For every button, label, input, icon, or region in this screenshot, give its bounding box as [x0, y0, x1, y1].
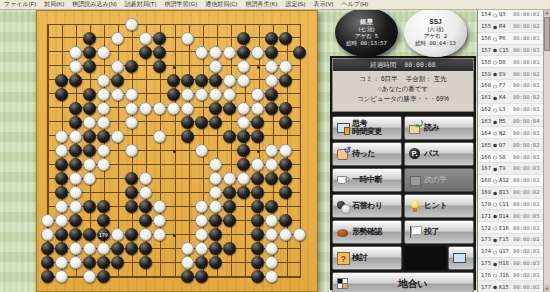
board-cell[interactable]: [124, 172, 138, 186]
board-cell[interactable]: [152, 101, 166, 115]
board-cell[interactable]: [180, 172, 194, 186]
board-cell[interactable]: [152, 186, 166, 200]
board-cell[interactable]: [166, 242, 180, 256]
board-cell[interactable]: [209, 157, 223, 171]
board-cell[interactable]: [195, 101, 209, 115]
board-cell[interactable]: [152, 143, 166, 157]
board-cell[interactable]: [110, 186, 124, 200]
board-cell[interactable]: [265, 129, 279, 143]
board-cell[interactable]: [68, 101, 82, 115]
board-cell[interactable]: [279, 129, 293, 143]
board-cell[interactable]: [124, 157, 138, 171]
board-cell[interactable]: [195, 45, 209, 59]
board-cell[interactable]: [180, 129, 194, 143]
board-cell[interactable]: [82, 228, 96, 242]
board-cell[interactable]: [82, 115, 96, 129]
move-list-rows[interactable]: 154○Q300:00:01155●R400:00:02156○P600:00:…: [478, 9, 543, 292]
move-list-row[interactable]: 165●O700:00:02: [478, 139, 543, 151]
board-cell[interactable]: [54, 214, 68, 228]
board-cell[interactable]: [195, 214, 209, 228]
board-cell[interactable]: [166, 270, 180, 284]
board-cell[interactable]: [223, 101, 237, 115]
move-list-row[interactable]: 171●D1400:00:05: [478, 210, 543, 222]
board-cell[interactable]: [110, 129, 124, 143]
board-cell[interactable]: [265, 186, 279, 200]
board-cell[interactable]: [110, 31, 124, 45]
board-cell[interactable]: [138, 17, 152, 31]
board-cell[interactable]: [124, 101, 138, 115]
board-cell[interactable]: [152, 200, 166, 214]
board-cell[interactable]: [293, 87, 307, 101]
mini-screen-button[interactable]: [448, 246, 474, 270]
board-cell[interactable]: [124, 17, 138, 31]
board-cell[interactable]: [138, 129, 152, 143]
board-cell[interactable]: [110, 87, 124, 101]
board-cell[interactable]: [152, 172, 166, 186]
board-cell[interactable]: [251, 214, 265, 228]
move-list-row[interactable]: 176○J1600:00:01: [478, 270, 543, 282]
board-cell[interactable]: [223, 31, 237, 45]
board-cell[interactable]: [251, 73, 265, 87]
board-cell[interactable]: [251, 157, 265, 171]
move-list-row[interactable]: 155●R400:00:02: [478, 21, 543, 33]
board-cell[interactable]: [68, 172, 82, 186]
board-grid[interactable]: 179: [40, 17, 307, 284]
board-cell[interactable]: [293, 59, 307, 73]
board-cell[interactable]: [195, 59, 209, 73]
board-cell[interactable]: [124, 242, 138, 256]
board-cell[interactable]: [40, 59, 54, 73]
board-cell[interactable]: [209, 256, 223, 270]
board-cell[interactable]: [293, 31, 307, 45]
board-cell[interactable]: [82, 129, 96, 143]
board-cell[interactable]: [265, 31, 279, 45]
move-list-row[interactable]: 170○C1100:00:01: [478, 199, 543, 211]
board-cell[interactable]: [54, 45, 68, 59]
board-cell[interactable]: [54, 172, 68, 186]
board-cell[interactable]: [138, 200, 152, 214]
board-cell[interactable]: [237, 59, 251, 73]
board-cell[interactable]: [138, 270, 152, 284]
board-cell[interactable]: [293, 242, 307, 256]
board-cell[interactable]: [152, 87, 166, 101]
board-cell[interactable]: [195, 200, 209, 214]
board-cell[interactable]: [82, 242, 96, 256]
board-cell[interactable]: [110, 115, 124, 129]
board-cell[interactable]: [110, 172, 124, 186]
board-cell[interactable]: [180, 115, 194, 129]
board-cell[interactable]: [279, 270, 293, 284]
board-cell[interactable]: [138, 256, 152, 270]
board-cell[interactable]: [237, 242, 251, 256]
board-cell[interactable]: [209, 87, 223, 101]
scroll-down-arrow[interactable]: ▼: [544, 285, 550, 292]
board-cell[interactable]: [223, 200, 237, 214]
board-cell[interactable]: [209, 214, 223, 228]
board-cell[interactable]: [195, 17, 209, 31]
board-cell[interactable]: [180, 73, 194, 87]
board-cell[interactable]: [124, 59, 138, 73]
board-cell[interactable]: [265, 115, 279, 129]
board-cell[interactable]: [209, 228, 223, 242]
board-cell[interactable]: [166, 256, 180, 270]
board-cell[interactable]: [124, 270, 138, 284]
board-cell[interactable]: [237, 101, 251, 115]
board-cell[interactable]: [166, 186, 180, 200]
board-cell[interactable]: [96, 256, 110, 270]
board-cell[interactable]: [237, 200, 251, 214]
board-cell[interactable]: [54, 270, 68, 284]
board-cell[interactable]: [124, 31, 138, 45]
board-cell[interactable]: [223, 87, 237, 101]
board-cell[interactable]: [124, 228, 138, 242]
read-ahead-button[interactable]: ⤾読み: [404, 116, 474, 140]
board-cell[interactable]: [237, 45, 251, 59]
board-cell[interactable]: [180, 87, 194, 101]
move-list-row[interactable]: 161●K400:00:02: [478, 92, 543, 104]
board-cell[interactable]: [251, 101, 265, 115]
board-cell[interactable]: [223, 59, 237, 73]
board-cell[interactable]: [195, 143, 209, 157]
board-cell[interactable]: [68, 157, 82, 171]
board-cell[interactable]: [110, 242, 124, 256]
board-cell[interactable]: [138, 45, 152, 59]
board-cell[interactable]: [251, 115, 265, 129]
board-cell[interactable]: [166, 129, 180, 143]
board-cell[interactable]: [96, 17, 110, 31]
board-cell[interactable]: [195, 270, 209, 284]
board-cell[interactable]: [180, 242, 194, 256]
board-cell[interactable]: [124, 87, 138, 101]
move-list-row[interactable]: 177●K1500:00:02: [478, 281, 543, 292]
board-cell[interactable]: [110, 73, 124, 87]
board-cell[interactable]: [166, 73, 180, 87]
board-cell[interactable]: [82, 59, 96, 73]
board-cell[interactable]: [54, 73, 68, 87]
board-cell[interactable]: [195, 228, 209, 242]
board-cell[interactable]: [223, 186, 237, 200]
board-cell[interactable]: [138, 87, 152, 101]
board-cell[interactable]: [166, 17, 180, 31]
menu-item[interactable]: 対局(K): [40, 0, 68, 9]
board-cell[interactable]: [54, 101, 68, 115]
board-cell[interactable]: [110, 256, 124, 270]
board-cell[interactable]: [279, 172, 293, 186]
board-cell[interactable]: [138, 228, 152, 242]
board-cell[interactable]: [68, 270, 82, 284]
board-cell[interactable]: [166, 45, 180, 59]
board-cell[interactable]: [96, 115, 110, 129]
board-cell[interactable]: [251, 143, 265, 157]
board-cell[interactable]: [40, 143, 54, 157]
board-cell[interactable]: [251, 45, 265, 59]
board-cell[interactable]: [180, 270, 194, 284]
board-cell[interactable]: [279, 256, 293, 270]
board-cell[interactable]: [40, 172, 54, 186]
board-cell[interactable]: [96, 129, 110, 143]
board-cell[interactable]: [54, 143, 68, 157]
board-cell[interactable]: [68, 31, 82, 45]
board-cell[interactable]: [293, 115, 307, 129]
scroll-thumb[interactable]: [544, 17, 550, 51]
hint-button[interactable]: ヒント: [404, 194, 474, 218]
menu-item[interactable]: ヘルプ(H): [338, 0, 373, 9]
board-cell[interactable]: [293, 101, 307, 115]
position-eval-button[interactable]: 形勢確認: [332, 220, 402, 244]
board-cell[interactable]: [68, 214, 82, 228]
board-cell[interactable]: [237, 115, 251, 129]
board-cell[interactable]: [68, 87, 82, 101]
board-cell[interactable]: [40, 73, 54, 87]
board-cell[interactable]: [195, 172, 209, 186]
board-cell[interactable]: [265, 157, 279, 171]
board-cell[interactable]: [293, 129, 307, 143]
board-cell[interactable]: [138, 115, 152, 129]
board-cell[interactable]: [237, 214, 251, 228]
move-list-row[interactable]: 166○S800:00:01: [478, 151, 543, 163]
board-cell[interactable]: [68, 115, 82, 129]
move-list-row[interactable]: 159●E900:00:02: [478, 68, 543, 80]
board-cell[interactable]: [293, 73, 307, 87]
board-cell[interactable]: [152, 45, 166, 59]
board-cell[interactable]: [265, 59, 279, 73]
board-cell[interactable]: 179: [96, 228, 110, 242]
board-cell[interactable]: [110, 143, 124, 157]
board-cell[interactable]: [209, 59, 223, 73]
board-cell[interactable]: [152, 73, 166, 87]
board-cell[interactable]: [152, 31, 166, 45]
board-cell[interactable]: [195, 256, 209, 270]
board-cell[interactable]: [82, 87, 96, 101]
board-cell[interactable]: [237, 31, 251, 45]
menu-item[interactable]: 通信対局(C): [201, 0, 241, 9]
board-cell[interactable]: [96, 59, 110, 73]
board-cell[interactable]: [96, 73, 110, 87]
board-cell[interactable]: [40, 157, 54, 171]
board-cell[interactable]: [54, 59, 68, 73]
menu-item[interactable]: 表示(V): [310, 0, 338, 9]
board-cell[interactable]: [251, 242, 265, 256]
board-cell[interactable]: [279, 157, 293, 171]
board-cell[interactable]: [166, 228, 180, 242]
board-cell[interactable]: [152, 256, 166, 270]
move-list-row[interactable]: 160○F700:00:01: [478, 80, 543, 92]
move-list-row[interactable]: 158○D800:00:01: [478, 56, 543, 68]
board-cell[interactable]: [180, 59, 194, 73]
board-cell[interactable]: [237, 256, 251, 270]
move-list-row[interactable]: 174○G1700:00:01: [478, 246, 543, 258]
board-cell[interactable]: [180, 17, 194, 31]
board-cell[interactable]: [124, 73, 138, 87]
board-cell[interactable]: [138, 31, 152, 45]
board-cell[interactable]: [166, 172, 180, 186]
board-cell[interactable]: [265, 270, 279, 284]
board-cell[interactable]: [82, 256, 96, 270]
board-cell[interactable]: [96, 101, 110, 115]
board-cell[interactable]: [138, 214, 152, 228]
board-cell[interactable]: [152, 129, 166, 143]
board-cell[interactable]: [195, 115, 209, 129]
review-button[interactable]: ?検討: [332, 246, 402, 270]
board-cell[interactable]: [82, 186, 96, 200]
menu-item[interactable]: 詰碁対局(T): [121, 0, 161, 9]
undo-button[interactable]: ↺待った: [332, 142, 402, 166]
board-cell[interactable]: [82, 73, 96, 87]
board-cell[interactable]: [251, 87, 265, 101]
resign-button[interactable]: 投了: [404, 220, 474, 244]
board-cell[interactable]: [124, 200, 138, 214]
board-cell[interactable]: [138, 242, 152, 256]
board-cell[interactable]: [223, 73, 237, 87]
board-cell[interactable]: [96, 186, 110, 200]
board-cell[interactable]: [82, 17, 96, 31]
board-cell[interactable]: [237, 73, 251, 87]
board-cell[interactable]: [265, 172, 279, 186]
board-cell[interactable]: [40, 101, 54, 115]
move-list-row[interactable]: 175●H1800:00:03: [478, 258, 543, 270]
move-list-row[interactable]: 169●B1300:00:02: [478, 187, 543, 199]
board-cell[interactable]: [195, 87, 209, 101]
move-list-row[interactable]: 164○N200:00:01: [478, 127, 543, 139]
move-list-row[interactable]: 168○A1200:00:01: [478, 175, 543, 187]
board-cell[interactable]: [251, 129, 265, 143]
board-cell[interactable]: [279, 59, 293, 73]
board-cell[interactable]: [237, 228, 251, 242]
board-cell[interactable]: [152, 270, 166, 284]
board-cell[interactable]: [251, 59, 265, 73]
board-cell[interactable]: [180, 200, 194, 214]
board-cell[interactable]: [54, 87, 68, 101]
board-cell[interactable]: [265, 200, 279, 214]
board-cell[interactable]: [279, 31, 293, 45]
menu-item[interactable]: ファイル(F): [0, 0, 40, 9]
board-cell[interactable]: [237, 172, 251, 186]
board-cell[interactable]: [68, 256, 82, 270]
board-cell[interactable]: [279, 17, 293, 31]
board-cell[interactable]: [180, 214, 194, 228]
board-cell[interactable]: [223, 256, 237, 270]
board-cell[interactable]: [40, 87, 54, 101]
board-cell[interactable]: [124, 214, 138, 228]
board-cell[interactable]: [180, 157, 194, 171]
menu-item[interactable]: 設定(S): [282, 0, 310, 9]
board-cell[interactable]: [293, 143, 307, 157]
board-cell[interactable]: [68, 228, 82, 242]
board-cell[interactable]: [54, 157, 68, 171]
board-cell[interactable]: [40, 129, 54, 143]
board-cell[interactable]: [68, 129, 82, 143]
board-cell[interactable]: [279, 101, 293, 115]
board-cell[interactable]: [40, 228, 54, 242]
board-cell[interactable]: [223, 115, 237, 129]
board-cell[interactable]: [209, 73, 223, 87]
board-cell[interactable]: [54, 200, 68, 214]
board-cell[interactable]: [166, 59, 180, 73]
board-cell[interactable]: [223, 242, 237, 256]
board-cell[interactable]: [265, 214, 279, 228]
board-cell[interactable]: [293, 214, 307, 228]
board-cell[interactable]: [110, 228, 124, 242]
board-cell[interactable]: [223, 270, 237, 284]
board-cell[interactable]: [40, 214, 54, 228]
board-cell[interactable]: [68, 143, 82, 157]
board-cell[interactable]: [124, 186, 138, 200]
board-cell[interactable]: [223, 228, 237, 242]
board-cell[interactable]: [124, 115, 138, 129]
board-cell[interactable]: [54, 129, 68, 143]
pause-button[interactable]: 一時中断: [332, 168, 402, 192]
board-cell[interactable]: [166, 101, 180, 115]
board-cell[interactable]: [40, 270, 54, 284]
board-cell[interactable]: [40, 186, 54, 200]
board-cell[interactable]: [110, 270, 124, 284]
board-cell[interactable]: [223, 172, 237, 186]
board-cell[interactable]: [293, 186, 307, 200]
board-cell[interactable]: [209, 115, 223, 129]
board-cell[interactable]: [209, 172, 223, 186]
board-cell[interactable]: [265, 242, 279, 256]
territory-button[interactable]: 地合い: [332, 272, 474, 292]
board-cell[interactable]: [209, 31, 223, 45]
board-cell[interactable]: [180, 186, 194, 200]
board-cell[interactable]: [152, 157, 166, 171]
swap-stones-button[interactable]: 石替わり: [332, 194, 402, 218]
board-cell[interactable]: [54, 242, 68, 256]
move-list-row[interactable]: 163●M500:00:04: [478, 116, 543, 128]
board-cell[interactable]: [265, 73, 279, 87]
board-cell[interactable]: [180, 143, 194, 157]
board-cell[interactable]: [251, 256, 265, 270]
menu-item[interactable]: 棋譜読み込み(N): [68, 0, 121, 9]
board-cell[interactable]: [279, 73, 293, 87]
board-cell[interactable]: [293, 172, 307, 186]
board-cell[interactable]: [68, 45, 82, 59]
board-cell[interactable]: [54, 256, 68, 270]
board-cell[interactable]: [251, 200, 265, 214]
board-cell[interactable]: [82, 214, 96, 228]
go-board[interactable]: 179: [36, 10, 318, 292]
board-cell[interactable]: [54, 186, 68, 200]
board-cell[interactable]: [209, 242, 223, 256]
board-cell[interactable]: [180, 45, 194, 59]
board-cell[interactable]: [293, 45, 307, 59]
board-cell[interactable]: [110, 101, 124, 115]
board-cell[interactable]: [166, 143, 180, 157]
board-cell[interactable]: [96, 242, 110, 256]
board-cell[interactable]: [265, 143, 279, 157]
board-cell[interactable]: [265, 256, 279, 270]
board-cell[interactable]: [96, 31, 110, 45]
board-cell[interactable]: [96, 87, 110, 101]
board-cell[interactable]: [110, 157, 124, 171]
board-cell[interactable]: [82, 45, 96, 59]
board-cell[interactable]: [68, 73, 82, 87]
board-cell[interactable]: [54, 17, 68, 31]
board-cell[interactable]: [54, 228, 68, 242]
move-list-scrollbar[interactable]: ▲ ▼: [543, 9, 550, 292]
board-cell[interactable]: [237, 129, 251, 143]
board-cell[interactable]: [40, 256, 54, 270]
board-cell[interactable]: [279, 242, 293, 256]
board-cell[interactable]: [195, 186, 209, 200]
board-cell[interactable]: [82, 31, 96, 45]
board-cell[interactable]: [180, 101, 194, 115]
board-cell[interactable]: [68, 242, 82, 256]
board-cell[interactable]: [68, 200, 82, 214]
board-cell[interactable]: [251, 31, 265, 45]
board-cell[interactable]: [195, 129, 209, 143]
board-cell[interactable]: [166, 31, 180, 45]
